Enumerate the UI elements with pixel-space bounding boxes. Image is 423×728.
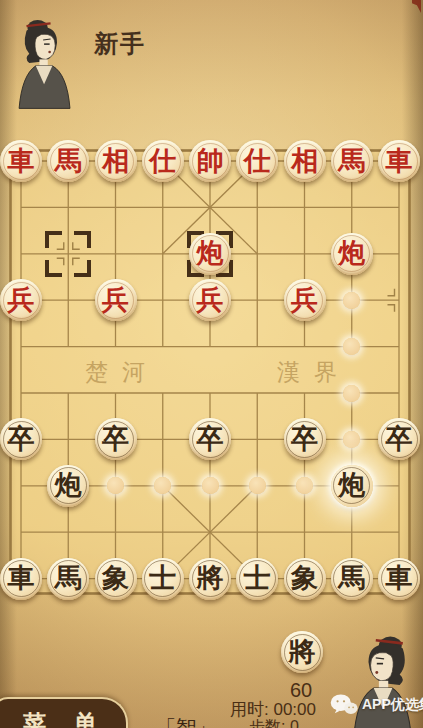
move-hint-dot[interactable] (202, 477, 219, 494)
piece-black-炮[interactable]: 炮 (331, 465, 373, 507)
piece-black-卒[interactable]: 卒 (284, 418, 326, 460)
piece-black-車[interactable]: 車 (378, 558, 420, 600)
partial-caption: 「智」 (156, 714, 216, 728)
player-side-char: 將 (289, 638, 316, 665)
piece-black-將[interactable]: 將 (189, 558, 231, 600)
menu-button[interactable]: 菜 单 (0, 697, 128, 728)
opponent-avatar (8, 14, 82, 114)
piece-black-士[interactable]: 士 (236, 558, 278, 600)
wechat-icon (330, 694, 358, 716)
river-label-right: 漢界 (277, 357, 351, 388)
piece-red-相[interactable]: 相 (284, 140, 326, 182)
piece-black-士[interactable]: 士 (142, 558, 184, 600)
piece-red-兵[interactable]: 兵 (284, 279, 326, 321)
piece-black-象[interactable]: 象 (284, 558, 326, 600)
move-hint-dot[interactable] (343, 385, 360, 402)
piece-black-馬[interactable]: 馬 (47, 558, 89, 600)
piece-red-兵[interactable]: 兵 (189, 279, 231, 321)
last-move-marker (45, 231, 91, 277)
piece-black-馬[interactable]: 馬 (331, 558, 373, 600)
piece-red-兵[interactable]: 兵 (95, 279, 137, 321)
piece-red-炮[interactable]: 炮 (331, 233, 373, 275)
piece-black-卒[interactable]: 卒 (95, 418, 137, 460)
watermark-text: APP优选集 (362, 696, 423, 714)
piece-red-炮[interactable]: 炮 (189, 233, 231, 275)
move-hint-dot[interactable] (249, 477, 266, 494)
piece-black-炮[interactable]: 炮 (47, 465, 89, 507)
move-hint-dot[interactable] (343, 292, 360, 309)
piece-red-兵[interactable]: 兵 (0, 279, 42, 321)
piece-red-車[interactable]: 車 (378, 140, 420, 182)
watermark: APP优选集 (330, 694, 423, 716)
piece-red-車[interactable]: 車 (0, 140, 42, 182)
piece-red-仕[interactable]: 仕 (236, 140, 278, 182)
parchment-mark (412, 0, 421, 13)
move-count: 步数: 0 (249, 717, 299, 728)
piece-black-象[interactable]: 象 (95, 558, 137, 600)
piece-red-相[interactable]: 相 (95, 140, 137, 182)
piece-red-帥[interactable]: 帥 (189, 140, 231, 182)
opponent-name: 新手 (94, 28, 146, 60)
xiangqi-app-screen: 新手 楚河 漢界 車馬相仕帥仕相馬車炮炮兵兵兵兵卒卒卒卒卒炮炮車馬象士將 (0, 0, 423, 728)
xiangqi-board[interactable] (0, 130, 423, 610)
river-label-left: 楚河 (85, 357, 159, 388)
piece-red-仕[interactable]: 仕 (142, 140, 184, 182)
player-side-badge: 將 (281, 631, 323, 673)
piece-black-車[interactable]: 車 (0, 558, 42, 600)
piece-red-馬[interactable]: 馬 (331, 140, 373, 182)
piece-red-馬[interactable]: 馬 (47, 140, 89, 182)
